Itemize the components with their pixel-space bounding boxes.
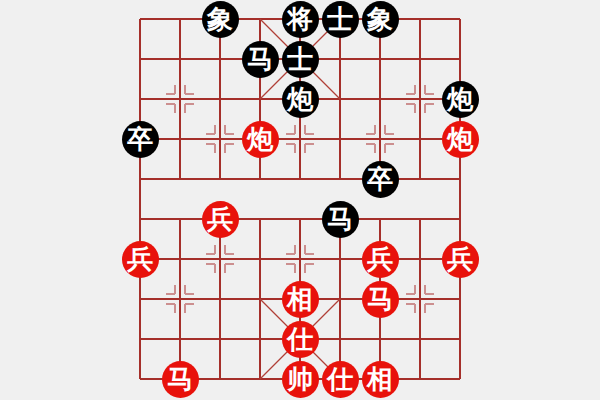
piece-red-advisor[interactable]: 仕 (322, 361, 359, 398)
piece-red-soldier[interactable]: 兵 (202, 201, 239, 238)
piece-red-soldier[interactable]: 兵 (362, 241, 399, 278)
piece-red-horse[interactable]: 马 (162, 361, 199, 398)
piece-black-soldier[interactable]: 卒 (362, 161, 399, 198)
piece-black-cannon[interactable]: 炮 (442, 81, 479, 118)
piece-red-general[interactable]: 帅 (282, 361, 319, 398)
piece-grid: 象将士象马士炮炮卒炮炮卒兵马兵兵兵相马仕马帅仕相 (120, 0, 480, 399)
piece-red-advisor[interactable]: 仕 (282, 321, 319, 358)
piece-red-horse[interactable]: 马 (362, 281, 399, 318)
piece-red-cannon[interactable]: 炮 (442, 121, 479, 158)
piece-red-soldier[interactable]: 兵 (122, 241, 159, 278)
piece-red-elephant[interactable]: 相 (362, 361, 399, 398)
xiangqi-board: 象将士象马士炮炮卒炮炮卒兵马兵兵兵相马仕马帅仕相 (0, 0, 600, 400)
piece-black-cannon[interactable]: 炮 (282, 81, 319, 118)
piece-black-elephant[interactable]: 象 (202, 1, 239, 38)
piece-red-soldier[interactable]: 兵 (442, 241, 479, 278)
piece-black-horse[interactable]: 马 (242, 41, 279, 78)
piece-black-advisor[interactable]: 士 (282, 41, 319, 78)
piece-black-soldier[interactable]: 卒 (122, 121, 159, 158)
piece-black-general[interactable]: 将 (282, 1, 319, 38)
piece-red-cannon[interactable]: 炮 (242, 121, 279, 158)
piece-black-horse[interactable]: 马 (322, 201, 359, 238)
piece-black-advisor[interactable]: 士 (322, 1, 359, 38)
piece-black-elephant[interactable]: 象 (362, 1, 399, 38)
piece-red-elephant[interactable]: 相 (282, 281, 319, 318)
